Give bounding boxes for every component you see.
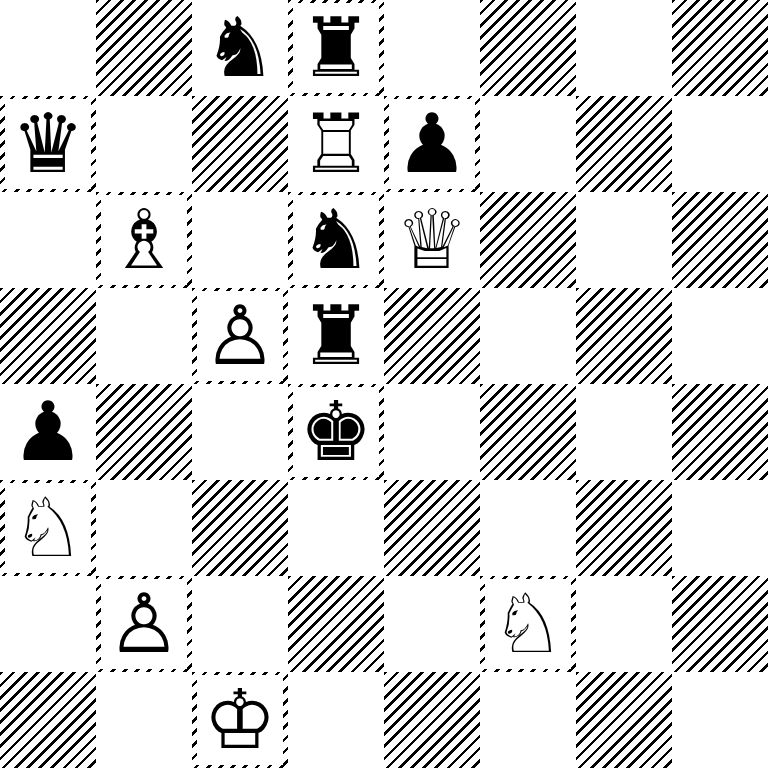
square-b3[interactable]: [96, 480, 192, 576]
square-a1[interactable]: [0, 672, 96, 768]
square-c1[interactable]: ♔: [192, 672, 288, 768]
square-b5[interactable]: [96, 288, 192, 384]
piece-black-rook: ♜: [293, 291, 379, 381]
square-f4[interactable]: [480, 384, 576, 480]
piece-black-rook: ♜: [293, 3, 379, 93]
square-g1[interactable]: [576, 672, 672, 768]
square-f6[interactable]: [480, 192, 576, 288]
piece-white-bishop: ♗: [101, 195, 187, 285]
piece-black-knight: ♞: [293, 195, 379, 285]
piece-white-pawn: ♙: [101, 579, 187, 669]
square-c2[interactable]: [192, 576, 288, 672]
square-b8[interactable]: [96, 0, 192, 96]
square-e2[interactable]: [384, 576, 480, 672]
square-a4[interactable]: ♟: [0, 384, 96, 480]
square-c6[interactable]: [192, 192, 288, 288]
square-h5[interactable]: [672, 288, 768, 384]
piece-black-pawn: ♟: [389, 99, 475, 189]
square-e8[interactable]: [384, 0, 480, 96]
piece-white-knight: ♘: [485, 579, 571, 669]
square-d5[interactable]: ♜: [288, 288, 384, 384]
square-c5[interactable]: ♙: [192, 288, 288, 384]
square-d2[interactable]: [288, 576, 384, 672]
square-h6[interactable]: [672, 192, 768, 288]
square-f1[interactable]: [480, 672, 576, 768]
square-d1[interactable]: [288, 672, 384, 768]
square-b6[interactable]: ♗: [96, 192, 192, 288]
square-g7[interactable]: [576, 96, 672, 192]
square-c7[interactable]: [192, 96, 288, 192]
square-h1[interactable]: [672, 672, 768, 768]
piece-white-rook: ♖: [293, 99, 379, 189]
square-g6[interactable]: [576, 192, 672, 288]
square-h8[interactable]: [672, 0, 768, 96]
square-f2[interactable]: ♘: [480, 576, 576, 672]
square-f7[interactable]: [480, 96, 576, 192]
square-e5[interactable]: [384, 288, 480, 384]
square-c4[interactable]: [192, 384, 288, 480]
square-d3[interactable]: [288, 480, 384, 576]
square-d7[interactable]: ♖: [288, 96, 384, 192]
square-a6[interactable]: [0, 192, 96, 288]
square-a7[interactable]: ♛: [0, 96, 96, 192]
piece-black-pawn: ♟: [5, 387, 91, 477]
square-e1[interactable]: [384, 672, 480, 768]
piece-black-queen: ♛: [5, 99, 91, 189]
square-b4[interactable]: [96, 384, 192, 480]
square-g8[interactable]: [576, 0, 672, 96]
square-a3[interactable]: ♘: [0, 480, 96, 576]
square-g3[interactable]: [576, 480, 672, 576]
piece-white-pawn: ♙: [197, 291, 283, 381]
piece-white-king: ♔: [197, 675, 283, 765]
square-c3[interactable]: [192, 480, 288, 576]
square-d4[interactable]: ♚: [288, 384, 384, 480]
square-e3[interactable]: [384, 480, 480, 576]
square-b1[interactable]: [96, 672, 192, 768]
square-f3[interactable]: [480, 480, 576, 576]
square-h4[interactable]: [672, 384, 768, 480]
square-g2[interactable]: [576, 576, 672, 672]
square-d8[interactable]: ♜: [288, 0, 384, 96]
piece-white-knight: ♘: [5, 483, 91, 573]
square-e4[interactable]: [384, 384, 480, 480]
square-h2[interactable]: [672, 576, 768, 672]
square-a2[interactable]: [0, 576, 96, 672]
square-g4[interactable]: [576, 384, 672, 480]
piece-black-king: ♚: [293, 387, 379, 477]
square-e7[interactable]: ♟: [384, 96, 480, 192]
square-b2[interactable]: ♙: [96, 576, 192, 672]
square-g5[interactable]: [576, 288, 672, 384]
square-f5[interactable]: [480, 288, 576, 384]
chess-board: ♞♜♛♖♟♗♞♕♙♜♟♚♘♙♘♔: [0, 0, 768, 768]
square-a8[interactable]: [0, 0, 96, 96]
square-a5[interactable]: [0, 288, 96, 384]
square-d6[interactable]: ♞: [288, 192, 384, 288]
square-h7[interactable]: [672, 96, 768, 192]
square-e6[interactable]: ♕: [384, 192, 480, 288]
piece-black-knight: ♞: [197, 3, 283, 93]
square-b7[interactable]: [96, 96, 192, 192]
square-c8[interactable]: ♞: [192, 0, 288, 96]
piece-white-queen: ♕: [389, 195, 475, 285]
square-f8[interactable]: [480, 0, 576, 96]
square-h3[interactable]: [672, 480, 768, 576]
